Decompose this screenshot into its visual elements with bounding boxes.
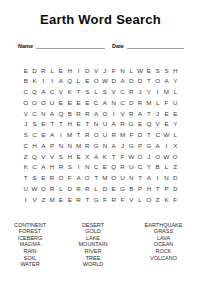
grid-cell: C	[153, 130, 162, 141]
grid-cell: A	[153, 140, 162, 151]
grid-cell: R	[39, 65, 48, 76]
grid-cell: W	[162, 151, 171, 162]
grid-cell: B	[127, 183, 136, 194]
grid-cell: J	[21, 119, 30, 130]
grid-cell: R	[109, 194, 118, 205]
word-list-item: GRASS	[126, 228, 201, 235]
grid-cell: O	[144, 194, 153, 205]
grid-cell: L	[171, 87, 180, 98]
grid-cell: C	[21, 140, 30, 151]
grid-cell: F	[162, 97, 171, 108]
grid-cell: E	[39, 119, 48, 130]
grid-cell: Q	[65, 76, 74, 87]
grid-cell: U	[118, 173, 127, 184]
grid-cell: S	[162, 65, 171, 76]
grid-cell: N	[65, 140, 74, 151]
grid-cell: G	[127, 119, 136, 130]
grid-cell: V	[57, 87, 66, 98]
grid-cell: V	[153, 119, 162, 130]
grid-cell: L	[92, 183, 101, 194]
grid-cell: S	[30, 119, 39, 130]
grid-cell: O	[171, 151, 180, 162]
grid-cell: N	[162, 173, 171, 184]
grid-cell: O	[92, 130, 101, 141]
grid-cell: P	[162, 183, 171, 194]
grid-cell: A	[109, 140, 118, 151]
grid-cell: U	[101, 119, 110, 130]
grid-cell: X	[83, 151, 92, 162]
worksheet-page: Earth Word Search Name Date EDRLEHIDVJFN…	[0, 0, 201, 282]
grid-cell: Q	[30, 151, 39, 162]
grid-cell: C	[136, 162, 145, 173]
grid-cell: F	[109, 65, 118, 76]
grid-cell: E	[65, 194, 74, 205]
grid-cell: O	[153, 151, 162, 162]
grid-cell: N	[118, 65, 127, 76]
date-blank-line	[127, 42, 184, 49]
word-search-grid: EDRLEHIDVJFNLWESSHBKIIAQLEOWDADDTOAYCQAC…	[21, 65, 179, 205]
grid-cell: G	[92, 194, 101, 205]
grid-cell: E	[162, 108, 171, 119]
grid-cell: R	[83, 140, 92, 151]
grid-cell: R	[118, 162, 127, 173]
grid-cell: J	[153, 108, 162, 119]
grid-cell: A	[118, 76, 127, 87]
grid-cell: D	[30, 65, 39, 76]
grid-cell: X	[171, 140, 180, 151]
grid-cell: C	[92, 97, 101, 108]
grid-cell: I	[153, 173, 162, 184]
grid-cell: H	[65, 151, 74, 162]
word-list-column: DESERTGOLDLAKEMOUNTAINRIVERTREEWORLD	[60, 221, 126, 267]
grid-cell: F	[65, 173, 74, 184]
word-list-column: EARTHQUAKEGRASSLAVAOCEANROCKVOLCANO	[126, 221, 201, 267]
grid-cell: K	[162, 194, 171, 205]
grid-cell: P	[136, 183, 145, 194]
grid-cell: U	[171, 97, 180, 108]
grid-cell: V	[92, 65, 101, 76]
date-label: Date	[112, 43, 124, 49]
grid-cell: E	[65, 97, 74, 108]
grid-cell: S	[153, 65, 162, 76]
grid-cell: E	[136, 119, 145, 130]
grid-cell: A	[136, 108, 145, 119]
grid-cell: A	[48, 130, 57, 141]
grid-cell: Z	[39, 194, 48, 205]
grid-cell: F	[171, 194, 180, 205]
grid-cell: O	[30, 97, 39, 108]
grid-cell: F	[118, 194, 127, 205]
grid-cell: D	[65, 183, 74, 194]
grid-cell: G	[127, 140, 136, 151]
grid-cell: N	[83, 162, 92, 173]
grid-cell: A	[109, 119, 118, 130]
grid-cell: R	[57, 162, 66, 173]
word-list: CONTINENTFORESTICEBERGMAGMARAINSOILWATER…	[0, 221, 201, 267]
grid-cell: D	[127, 76, 136, 87]
word-list-item: WORLD	[60, 261, 126, 268]
grid-cell: A	[101, 97, 110, 108]
grid-cell: Z	[153, 194, 162, 205]
grid-cell: S	[101, 87, 110, 98]
grid-cell: N	[57, 140, 66, 151]
grid-cell: G	[118, 183, 127, 194]
grid-cell: E	[171, 108, 180, 119]
name-date-row: Name Date	[18, 42, 184, 49]
grid-cell: K	[101, 151, 110, 162]
grid-cell: C	[21, 87, 30, 98]
grid-cell: R	[83, 108, 92, 119]
grid-cell: O	[39, 183, 48, 194]
grid-cell: W	[136, 65, 145, 76]
grid-cell: J	[118, 140, 127, 151]
grid-cell: R	[136, 97, 145, 108]
grid-cell: A	[39, 87, 48, 98]
grid-cell: E	[74, 119, 83, 130]
grid-cell: B	[65, 108, 74, 119]
grid-cell: T	[153, 183, 162, 194]
grid-cell: D	[136, 130, 145, 141]
grid-cell: R	[74, 183, 83, 194]
grid-cell: R	[74, 108, 83, 119]
grid-cell: U	[127, 162, 136, 173]
grid-cell: O	[92, 76, 101, 87]
grid-cell: R	[74, 194, 83, 205]
grid-cell: N	[101, 140, 110, 151]
grid-cell: E	[57, 194, 66, 205]
grid-cell: Y	[171, 119, 180, 130]
grid-cell: A	[48, 108, 57, 119]
grid-cell: Q	[109, 162, 118, 173]
grid-cell: C	[92, 162, 101, 173]
grid-cell: U	[101, 130, 110, 141]
grid-cell: Q	[57, 108, 66, 119]
grid-cell: T	[136, 173, 145, 184]
grid-cell: P	[48, 140, 57, 151]
grid-cell: I	[153, 87, 162, 98]
grid-cell: T	[92, 173, 101, 184]
grid-cell: E	[109, 183, 118, 194]
grid-cell: H	[65, 65, 74, 76]
grid-cell: K	[65, 87, 74, 98]
word-list-item: MAGMA	[0, 241, 60, 248]
grid-cell: S	[30, 173, 39, 184]
grid-cell: H	[48, 162, 57, 173]
grid-cell: T	[74, 87, 83, 98]
grid-cell: E	[74, 151, 83, 162]
grid-cell: E	[83, 97, 92, 108]
grid-cell: R	[48, 173, 57, 184]
grid-cell: J	[101, 65, 110, 76]
grid-cell: D	[136, 76, 145, 87]
grid-cell: E	[144, 65, 153, 76]
grid-cell: D	[127, 97, 136, 108]
grid-cell: S	[83, 87, 92, 98]
grid-cell: O	[136, 151, 145, 162]
grid-cell: A	[162, 76, 171, 87]
grid-cell: V	[39, 151, 48, 162]
grid-cell: F	[127, 130, 136, 141]
grid-cell: Z	[171, 162, 180, 173]
grid-cell: N	[92, 119, 101, 130]
grid-cell: D	[171, 183, 180, 194]
grid-cell: M	[48, 194, 57, 205]
grid-cell: C	[118, 97, 127, 108]
grid-cell: Y	[144, 162, 153, 173]
grid-cell: A	[74, 173, 83, 184]
grid-cell: L	[171, 130, 180, 141]
grid-cell: D	[109, 76, 118, 87]
word-list-item: WATER	[0, 261, 60, 268]
grid-cell: E	[57, 97, 66, 108]
grid-cell: G	[144, 140, 153, 151]
grid-cell: E	[57, 65, 66, 76]
grid-cell: A	[144, 173, 153, 184]
page-title: Earth Word Search	[0, 0, 201, 27]
grid-cell: L	[127, 65, 136, 76]
grid-cell: M	[118, 130, 127, 141]
grid-cell: F	[101, 194, 110, 205]
grid-cell: Y	[144, 87, 153, 98]
grid-cell: R	[109, 130, 118, 141]
grid-cell: T	[83, 119, 92, 130]
grid-cell: R	[118, 119, 127, 130]
grid-cell: E	[39, 130, 48, 141]
grid-cell: D	[83, 65, 92, 76]
grid-cell: D	[101, 183, 110, 194]
word-list-column: CONTINENTFORESTICEBERGMAGMARAINSOILWATER	[0, 221, 60, 267]
grid-cell: A	[92, 108, 101, 119]
grid-cell: O	[83, 173, 92, 184]
grid-cell: I	[162, 140, 171, 151]
grid-cell: E	[83, 76, 92, 87]
grid-cell: R	[127, 87, 136, 98]
grid-cell: I	[39, 76, 48, 87]
grid-cell: M	[65, 130, 74, 141]
grid-cell: O	[101, 108, 110, 119]
grid-cell: T	[144, 76, 153, 87]
grid-cell: V	[118, 108, 127, 119]
word-list-item: OCEAN	[126, 241, 201, 248]
grid-cell: H	[144, 183, 153, 194]
grid-cell: B	[21, 76, 30, 87]
grid-cell: T	[21, 173, 30, 184]
grid-cell: I	[74, 162, 83, 173]
grid-cell: J	[136, 87, 145, 98]
grid-cell: B	[153, 162, 162, 173]
grid-cell: R	[83, 130, 92, 141]
word-list-item: SOIL	[0, 254, 60, 261]
grid-cell: F	[118, 151, 127, 162]
grid-cell: W	[127, 151, 136, 162]
grid-cell: V	[48, 151, 57, 162]
grid-cell: N	[109, 97, 118, 108]
grid-cell: K	[30, 76, 39, 87]
grid-cell: E	[162, 119, 171, 130]
grid-cell: O	[39, 97, 48, 108]
grid-cell: M	[162, 87, 171, 98]
grid-cell: L	[74, 76, 83, 87]
word-list-item: TREE	[60, 254, 126, 261]
grid-cell: E	[101, 162, 110, 173]
grid-cell: T	[48, 119, 57, 130]
grid-cell: W	[101, 76, 110, 87]
word-list-item: VOLCANO	[126, 254, 201, 261]
grid-cell: I	[21, 194, 30, 205]
grid-cell: H	[65, 119, 74, 130]
grid-cell: C	[30, 162, 39, 173]
grid-cell: D	[171, 173, 180, 184]
grid-cell: I	[74, 65, 83, 76]
grid-cell: R	[127, 108, 136, 119]
grid-cell: N	[127, 173, 136, 184]
grid-cell: I	[57, 130, 66, 141]
grid-cell: O	[109, 173, 118, 184]
word-list-item: GOLD	[60, 228, 126, 235]
grid-cell: R	[48, 183, 57, 194]
grid-cell: C	[30, 108, 39, 119]
grid-cell: M	[74, 140, 83, 151]
grid-cell: M	[144, 97, 153, 108]
grid-cell: L	[136, 194, 145, 205]
grid-cell: C	[30, 130, 39, 141]
grid-cell: L	[162, 162, 171, 173]
grid-cell: O	[21, 97, 30, 108]
grid-cell: A	[57, 76, 66, 87]
grid-cell: S	[21, 130, 30, 141]
grid-cell: Y	[171, 76, 180, 87]
grid-cell: J	[144, 151, 153, 162]
grid-cell: L	[153, 97, 162, 108]
grid-cell: Q	[144, 119, 153, 130]
grid-cell: O	[153, 76, 162, 87]
grid-cell: T	[74, 130, 83, 141]
grid-cell: O	[57, 173, 66, 184]
grid-cell: I	[48, 76, 57, 87]
grid-cell: S	[65, 162, 74, 173]
grid-cell: R	[83, 183, 92, 194]
grid-cell: A	[92, 151, 101, 162]
grid-cell: Q	[30, 87, 39, 98]
grid-cell: W	[162, 130, 171, 141]
name-label: Name	[18, 43, 33, 49]
grid-cell: E	[39, 173, 48, 184]
grid-cell: L	[57, 183, 66, 194]
grid-cell: A	[39, 140, 48, 151]
grid-cell: T	[144, 108, 153, 119]
grid-cell: H	[171, 65, 180, 76]
grid-cell: I	[109, 108, 118, 119]
name-blank-line	[36, 42, 105, 49]
grid-cell: W	[30, 183, 39, 194]
word-list-item: MOUNTAIN	[60, 241, 126, 248]
grid-cell: T	[83, 194, 92, 205]
grid-cell: C	[48, 87, 57, 98]
grid-cell: V	[127, 194, 136, 205]
grid-cell: H	[30, 140, 39, 151]
grid-cell: V	[21, 108, 30, 119]
grid-cell: U	[48, 97, 57, 108]
grid-cell: T	[109, 151, 118, 162]
grid-cell: E	[74, 97, 83, 108]
grid-cell: A	[39, 162, 48, 173]
grid-cell: T	[57, 119, 66, 130]
grid-cell: Z	[21, 151, 30, 162]
grid-cell: T	[144, 130, 153, 141]
grid-cell: E	[21, 65, 30, 76]
grid-cell: L	[48, 65, 57, 76]
grid-cell: L	[92, 87, 101, 98]
grid-cell: U	[21, 183, 30, 194]
word-list-item: FOREST	[0, 228, 60, 235]
grid-cell: N	[39, 108, 48, 119]
grid-cell: C	[118, 87, 127, 98]
grid-cell: S	[57, 151, 66, 162]
grid-cell: K	[21, 162, 30, 173]
grid-cell: P	[136, 140, 145, 151]
grid-cell: V	[109, 87, 118, 98]
grid-cell: G	[92, 140, 101, 151]
grid-cell: M	[101, 173, 110, 184]
grid-cell: V	[30, 194, 39, 205]
